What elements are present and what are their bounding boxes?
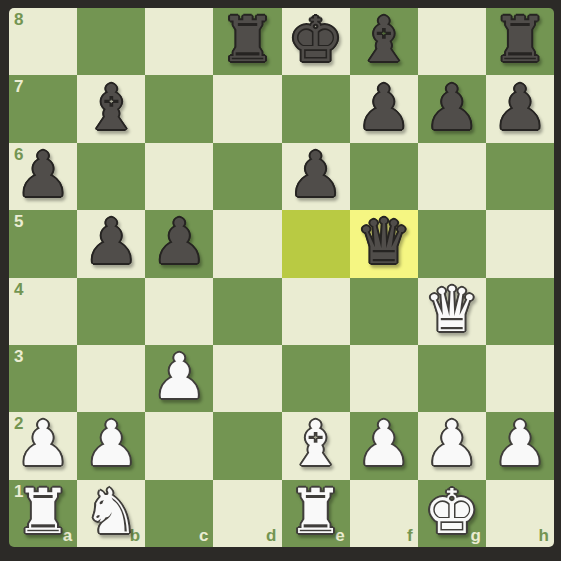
file-label-f: f bbox=[407, 527, 413, 544]
square-h6[interactable] bbox=[486, 143, 554, 210]
black-pawn-h7[interactable]: ♟ bbox=[486, 75, 554, 142]
square-b1[interactable]: b♞ bbox=[77, 480, 145, 547]
square-d7[interactable] bbox=[213, 75, 281, 142]
square-f6[interactable] bbox=[350, 143, 418, 210]
square-h4[interactable] bbox=[486, 278, 554, 345]
white-bishop-e2[interactable]: ♝ bbox=[282, 412, 350, 479]
square-h5[interactable] bbox=[486, 210, 554, 277]
square-d4[interactable] bbox=[213, 278, 281, 345]
square-f1[interactable]: f bbox=[350, 480, 418, 547]
black-pawn-a6[interactable]: ♟ bbox=[9, 143, 77, 210]
square-c7[interactable] bbox=[145, 75, 213, 142]
black-pawn-f7[interactable]: ♟ bbox=[350, 75, 418, 142]
black-pawn-g7[interactable]: ♟ bbox=[418, 75, 486, 142]
square-c4[interactable] bbox=[145, 278, 213, 345]
white-king-g1[interactable]: ♚ bbox=[418, 480, 486, 547]
square-e4[interactable] bbox=[282, 278, 350, 345]
white-pawn-c3[interactable]: ♟ bbox=[145, 345, 213, 412]
square-e2[interactable]: ♝ bbox=[282, 412, 350, 479]
square-b2[interactable]: ♟ bbox=[77, 412, 145, 479]
square-e5[interactable] bbox=[282, 210, 350, 277]
square-g1[interactable]: g♚ bbox=[418, 480, 486, 547]
square-h8[interactable]: ♜ bbox=[486, 8, 554, 75]
square-c8[interactable] bbox=[145, 8, 213, 75]
black-pawn-e6[interactable]: ♟ bbox=[282, 143, 350, 210]
square-e3[interactable] bbox=[282, 345, 350, 412]
file-label-c: c bbox=[199, 527, 208, 544]
rank-label-4: 4 bbox=[14, 281, 23, 298]
rank-label-3: 3 bbox=[14, 348, 23, 365]
white-pawn-f2[interactable]: ♟ bbox=[350, 412, 418, 479]
square-f7[interactable]: ♟ bbox=[350, 75, 418, 142]
black-pawn-c5[interactable]: ♟ bbox=[145, 210, 213, 277]
square-g7[interactable]: ♟ bbox=[418, 75, 486, 142]
black-bishop-f8[interactable]: ♝ bbox=[350, 8, 418, 75]
square-d6[interactable] bbox=[213, 143, 281, 210]
square-a3[interactable]: 3 bbox=[9, 345, 77, 412]
square-g8[interactable] bbox=[418, 8, 486, 75]
black-bishop-b7[interactable]: ♝ bbox=[77, 75, 145, 142]
square-a4[interactable]: 4 bbox=[9, 278, 77, 345]
white-rook-a1[interactable]: ♜ bbox=[9, 480, 77, 547]
square-f8[interactable]: ♝ bbox=[350, 8, 418, 75]
square-b6[interactable] bbox=[77, 143, 145, 210]
square-b8[interactable] bbox=[77, 8, 145, 75]
square-d5[interactable] bbox=[213, 210, 281, 277]
square-e1[interactable]: e♜ bbox=[282, 480, 350, 547]
square-g3[interactable] bbox=[418, 345, 486, 412]
square-d8[interactable]: ♜ bbox=[213, 8, 281, 75]
square-e8[interactable]: ♚ bbox=[282, 8, 350, 75]
square-b4[interactable] bbox=[77, 278, 145, 345]
black-pawn-b5[interactable]: ♟ bbox=[77, 210, 145, 277]
square-g5[interactable] bbox=[418, 210, 486, 277]
black-rook-d8[interactable]: ♜ bbox=[213, 8, 281, 75]
square-a8[interactable]: 8 bbox=[9, 8, 77, 75]
square-g2[interactable]: ♟ bbox=[418, 412, 486, 479]
white-queen-g4[interactable]: ♛ bbox=[418, 278, 486, 345]
white-pawn-g2[interactable]: ♟ bbox=[418, 412, 486, 479]
square-a7[interactable]: 7 bbox=[9, 75, 77, 142]
square-c3[interactable]: ♟ bbox=[145, 345, 213, 412]
file-label-d: d bbox=[266, 527, 276, 544]
app-background: 8♜♚♝♜7♝♟♟♟6♟♟5♟♟♛4♛3♟2♟♟♝♟♟♟1a♜b♞cde♜fg♚… bbox=[0, 0, 561, 561]
square-c5[interactable]: ♟ bbox=[145, 210, 213, 277]
square-h1[interactable]: h bbox=[486, 480, 554, 547]
square-h3[interactable] bbox=[486, 345, 554, 412]
square-f2[interactable]: ♟ bbox=[350, 412, 418, 479]
square-c1[interactable]: c bbox=[145, 480, 213, 547]
square-c2[interactable] bbox=[145, 412, 213, 479]
square-d1[interactable]: d bbox=[213, 480, 281, 547]
square-h7[interactable]: ♟ bbox=[486, 75, 554, 142]
white-knight-b1[interactable]: ♞ bbox=[77, 480, 145, 547]
square-b5[interactable]: ♟ bbox=[77, 210, 145, 277]
square-e7[interactable] bbox=[282, 75, 350, 142]
square-f4[interactable] bbox=[350, 278, 418, 345]
square-g4[interactable]: ♛ bbox=[418, 278, 486, 345]
square-a6[interactable]: 6♟ bbox=[9, 143, 77, 210]
white-pawn-h2[interactable]: ♟ bbox=[486, 412, 554, 479]
square-e6[interactable]: ♟ bbox=[282, 143, 350, 210]
square-h2[interactable]: ♟ bbox=[486, 412, 554, 479]
rank-label-8: 8 bbox=[14, 11, 23, 28]
square-a5[interactable]: 5 bbox=[9, 210, 77, 277]
white-rook-e1[interactable]: ♜ bbox=[282, 480, 350, 547]
square-d2[interactable] bbox=[213, 412, 281, 479]
square-b7[interactable]: ♝ bbox=[77, 75, 145, 142]
white-pawn-a2[interactable]: ♟ bbox=[9, 412, 77, 479]
square-b3[interactable] bbox=[77, 345, 145, 412]
black-king-e8[interactable]: ♚ bbox=[282, 8, 350, 75]
chess-board: 8♜♚♝♜7♝♟♟♟6♟♟5♟♟♛4♛3♟2♟♟♝♟♟♟1a♜b♞cde♜fg♚… bbox=[9, 8, 554, 547]
square-a2[interactable]: 2♟ bbox=[9, 412, 77, 479]
black-rook-h8[interactable]: ♜ bbox=[486, 8, 554, 75]
square-f3[interactable] bbox=[350, 345, 418, 412]
square-c6[interactable] bbox=[145, 143, 213, 210]
white-pawn-b2[interactable]: ♟ bbox=[77, 412, 145, 479]
black-queen-f5[interactable]: ♛ bbox=[350, 210, 418, 277]
file-label-h: h bbox=[539, 527, 549, 544]
rank-label-5: 5 bbox=[14, 213, 23, 230]
rank-label-7: 7 bbox=[14, 78, 23, 95]
square-g6[interactable] bbox=[418, 143, 486, 210]
square-f5[interactable]: ♛ bbox=[350, 210, 418, 277]
square-d3[interactable] bbox=[213, 345, 281, 412]
square-a1[interactable]: 1a♜ bbox=[9, 480, 77, 547]
